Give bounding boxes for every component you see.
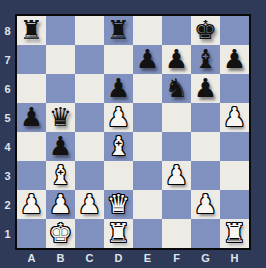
square-a5[interactable]: ♟ <box>17 103 46 132</box>
rank-label-3: 3 <box>0 161 15 190</box>
square-b5[interactable]: ♛ <box>46 103 75 132</box>
file-label-e: E <box>133 249 162 267</box>
square-f2[interactable] <box>162 190 191 219</box>
square-e5[interactable] <box>133 103 162 132</box>
square-c1[interactable] <box>75 219 104 248</box>
piece-black-pawn: ♟ <box>46 132 75 161</box>
square-d6[interactable]: ♟ <box>104 74 133 103</box>
square-h5[interactable]: ♟ <box>220 103 249 132</box>
square-d8[interactable]: ♜ <box>104 16 133 45</box>
square-b2[interactable]: ♟ <box>46 190 75 219</box>
piece-white-king: ♚ <box>46 219 75 248</box>
square-a8[interactable]: ♜ <box>17 16 46 45</box>
square-d5[interactable]: ♟ <box>104 103 133 132</box>
square-f1[interactable] <box>162 219 191 248</box>
square-f7[interactable]: ♟ <box>162 45 191 74</box>
piece-white-pawn: ♟ <box>17 190 46 219</box>
piece-black-pawn: ♟ <box>220 45 249 74</box>
file-labels: ABCDEFGH <box>17 249 249 267</box>
square-e7[interactable]: ♟ <box>133 45 162 74</box>
square-c2[interactable]: ♟ <box>75 190 104 219</box>
square-g4[interactable] <box>191 132 220 161</box>
piece-black-rook: ♜ <box>104 16 133 45</box>
square-h1[interactable]: ♜ <box>220 219 249 248</box>
piece-white-bishop: ♝ <box>104 132 133 161</box>
piece-white-pawn: ♟ <box>162 161 191 190</box>
piece-black-knight: ♞ <box>162 74 191 103</box>
square-h4[interactable] <box>220 132 249 161</box>
piece-white-queen: ♛ <box>104 190 133 219</box>
square-f3[interactable]: ♟ <box>162 161 191 190</box>
square-d1[interactable]: ♜ <box>104 219 133 248</box>
square-f8[interactable] <box>162 16 191 45</box>
piece-black-rook: ♜ <box>17 16 46 45</box>
square-a6[interactable] <box>17 74 46 103</box>
square-e4[interactable] <box>133 132 162 161</box>
rank-label-2: 2 <box>0 190 15 219</box>
square-a3[interactable] <box>17 161 46 190</box>
rank-label-7: 7 <box>0 45 15 74</box>
square-h6[interactable] <box>220 74 249 103</box>
square-g1[interactable] <box>191 219 220 248</box>
piece-white-bishop: ♝ <box>46 161 75 190</box>
rank-labels: 87654321 <box>0 16 15 248</box>
rank-label-6: 6 <box>0 74 15 103</box>
square-c4[interactable] <box>75 132 104 161</box>
square-d7[interactable] <box>104 45 133 74</box>
file-label-d: D <box>104 249 133 267</box>
rank-label-5: 5 <box>0 103 15 132</box>
square-c7[interactable] <box>75 45 104 74</box>
piece-white-pawn: ♟ <box>104 103 133 132</box>
square-e2[interactable] <box>133 190 162 219</box>
square-a1[interactable] <box>17 219 46 248</box>
square-d2[interactable]: ♛ <box>104 190 133 219</box>
square-a4[interactable] <box>17 132 46 161</box>
piece-black-king: ♚ <box>191 16 220 45</box>
square-a2[interactable]: ♟ <box>17 190 46 219</box>
square-h3[interactable] <box>220 161 249 190</box>
piece-black-pawn: ♟ <box>17 103 46 132</box>
piece-white-pawn: ♟ <box>75 190 104 219</box>
piece-black-pawn: ♟ <box>191 74 220 103</box>
square-b7[interactable] <box>46 45 75 74</box>
square-e8[interactable] <box>133 16 162 45</box>
square-c6[interactable] <box>75 74 104 103</box>
file-label-a: A <box>17 249 46 267</box>
square-g2[interactable]: ♟ <box>191 190 220 219</box>
piece-black-pawn: ♟ <box>133 45 162 74</box>
square-g3[interactable] <box>191 161 220 190</box>
file-label-f: F <box>162 249 191 267</box>
square-b3[interactable]: ♝ <box>46 161 75 190</box>
square-g6[interactable]: ♟ <box>191 74 220 103</box>
square-g8[interactable]: ♚ <box>191 16 220 45</box>
square-b8[interactable] <box>46 16 75 45</box>
square-e6[interactable] <box>133 74 162 103</box>
square-d4[interactable]: ♝ <box>104 132 133 161</box>
square-f5[interactable] <box>162 103 191 132</box>
square-h2[interactable] <box>220 190 249 219</box>
piece-white-pawn: ♟ <box>220 103 249 132</box>
square-e3[interactable] <box>133 161 162 190</box>
square-f4[interactable] <box>162 132 191 161</box>
square-h7[interactable]: ♟ <box>220 45 249 74</box>
square-b4[interactable]: ♟ <box>46 132 75 161</box>
piece-black-pawn: ♟ <box>162 45 191 74</box>
square-b6[interactable] <box>46 74 75 103</box>
piece-white-pawn: ♟ <box>46 190 75 219</box>
square-d3[interactable] <box>104 161 133 190</box>
square-f6[interactable]: ♞ <box>162 74 191 103</box>
piece-white-rook: ♜ <box>220 219 249 248</box>
piece-white-rook: ♜ <box>104 219 133 248</box>
piece-black-pawn: ♟ <box>104 74 133 103</box>
rank-label-8: 8 <box>0 16 15 45</box>
square-e1[interactable] <box>133 219 162 248</box>
square-h8[interactable] <box>220 16 249 45</box>
square-g7[interactable]: ♝ <box>191 45 220 74</box>
piece-white-pawn: ♟ <box>191 190 220 219</box>
chess-app: 87654321 ♜♜♚♟♟♝♟♟♞♟♟♛♟♟♟♝♝♟♟♟♟♛♟♚♜♜ ABCD… <box>0 0 266 268</box>
file-label-h: H <box>220 249 249 267</box>
square-g5[interactable] <box>191 103 220 132</box>
rank-label-1: 1 <box>0 219 15 248</box>
square-c5[interactable] <box>75 103 104 132</box>
square-c3[interactable] <box>75 161 104 190</box>
piece-black-bishop: ♝ <box>191 45 220 74</box>
square-c8[interactable] <box>75 16 104 45</box>
square-a7[interactable] <box>17 45 46 74</box>
square-b1[interactable]: ♚ <box>46 219 75 248</box>
rank-label-4: 4 <box>0 132 15 161</box>
file-label-c: C <box>75 249 104 267</box>
chess-board: ♜♜♚♟♟♝♟♟♞♟♟♛♟♟♟♝♝♟♟♟♟♛♟♚♜♜ <box>15 14 251 250</box>
file-label-b: B <box>46 249 75 267</box>
file-label-g: G <box>191 249 220 267</box>
piece-black-queen: ♛ <box>46 103 75 132</box>
